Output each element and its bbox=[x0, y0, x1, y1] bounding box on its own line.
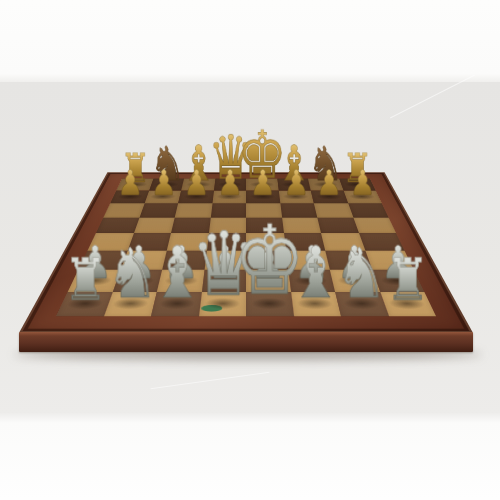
square-a5 bbox=[96, 217, 139, 233]
square-h1: ♜ bbox=[380, 292, 436, 317]
square-f1: ♝ bbox=[291, 292, 341, 317]
gold-pawn-b7-icon: ♟ bbox=[150, 166, 176, 200]
square-g6 bbox=[314, 203, 353, 217]
silver-knight-b1-icon: ♞ bbox=[105, 240, 157, 309]
square-a6 bbox=[104, 203, 145, 217]
silver-knight-g1-icon: ♞ bbox=[335, 240, 387, 309]
silver-rook-a1-icon: ♜ bbox=[63, 251, 106, 309]
square-b7: ♟ bbox=[144, 190, 181, 203]
board-frame: ♜♞♝♛♚♝♞♜♟♟♟♟♟♟♟♟♟♟♟♟♟♟♟♟♜♞♝♛♚♝♞♜ bbox=[19, 172, 473, 332]
board-grid: ♜♞♝♛♚♝♞♜♟♟♟♟♟♟♟♟♟♟♟♟♟♟♟♟♜♞♝♛♚♝♞♜ bbox=[56, 179, 436, 317]
silver-bishop-f1-icon: ♝ bbox=[288, 237, 342, 308]
square-b6 bbox=[139, 203, 178, 217]
board-front-edge bbox=[19, 332, 473, 352]
gold-pawn-f7-icon: ♟ bbox=[283, 166, 309, 200]
square-e7: ♟ bbox=[246, 190, 280, 203]
gold-pawn-h7-icon: ♟ bbox=[349, 166, 375, 200]
square-h7: ♟ bbox=[343, 190, 382, 203]
gold-pawn-d7-icon: ♟ bbox=[216, 166, 242, 200]
square-a7: ♟ bbox=[110, 190, 149, 203]
square-b1: ♞ bbox=[103, 292, 156, 317]
gold-pawn-a7-icon: ♟ bbox=[117, 166, 143, 200]
square-g1: ♞ bbox=[335, 292, 388, 317]
gold-pawn-e7-icon: ♟ bbox=[250, 166, 276, 200]
square-f7: ♟ bbox=[278, 190, 313, 203]
board-3d-scene: ♜♞♝♛♚♝♞♜♟♟♟♟♟♟♟♟♟♟♟♟♟♟♟♟♜♞♝♛♚♝♞♜ bbox=[0, 0, 500, 500]
gold-pawn-g7-icon: ♟ bbox=[316, 166, 342, 200]
gold-pawn-c7-icon: ♟ bbox=[183, 166, 209, 200]
square-h6 bbox=[348, 203, 389, 217]
square-e1: ♚ bbox=[246, 292, 294, 317]
square-c7: ♟ bbox=[178, 190, 213, 203]
silver-rook-h1-icon: ♜ bbox=[385, 251, 428, 309]
square-g7: ♟ bbox=[311, 190, 348, 203]
square-h5 bbox=[353, 217, 396, 233]
photo-chess-set: ♜♞♝♛♚♝♞♜♟♟♟♟♟♟♟♟♟♟♟♟♟♟♟♟♜♞♝♛♚♝♞♜ bbox=[0, 0, 500, 500]
square-d7: ♟ bbox=[212, 190, 246, 203]
